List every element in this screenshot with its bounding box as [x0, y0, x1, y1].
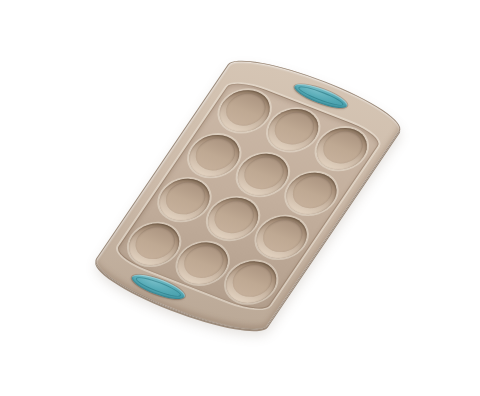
- product-photo: [0, 0, 480, 396]
- muffin-pan: [85, 48, 411, 342]
